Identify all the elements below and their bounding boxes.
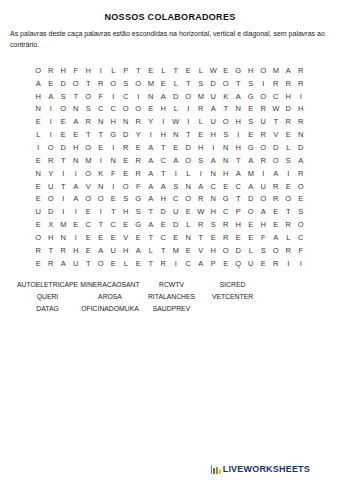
grid-cell-r3c13[interactable]: O	[182, 90, 195, 103]
grid-cell-r8c1[interactable]: E	[32, 154, 45, 167]
grid-cell-r7c12[interactable]: E	[170, 141, 183, 154]
grid-cell-r10c15[interactable]: C	[207, 180, 220, 193]
grid-cell-r15c20[interactable]: O	[270, 244, 283, 257]
grid-cell-r16c9[interactable]: E	[132, 257, 145, 270]
grid-cell-r15c18[interactable]: L	[245, 244, 258, 257]
grid-cell-r11c20[interactable]: R	[270, 192, 283, 205]
grid-cell-r8c12[interactable]: A	[170, 154, 183, 167]
grid-cell-r8c13[interactable]: O	[182, 154, 195, 167]
grid-cell-r8c7[interactable]: N	[107, 154, 120, 167]
grid-cell-r1c12[interactable]: T	[170, 64, 183, 77]
grid-cell-r6c21[interactable]: E	[282, 128, 295, 141]
grid-cell-r12c3[interactable]: I	[57, 205, 70, 218]
grid-cell-r7c11[interactable]: T	[157, 141, 170, 154]
grid-cell-r2c16[interactable]: O	[220, 77, 233, 90]
grid-cell-r1c13[interactable]: E	[182, 64, 195, 77]
grid-cell-r12c20[interactable]: E	[270, 205, 283, 218]
grid-cell-r15c19[interactable]: S	[257, 244, 270, 257]
grid-cell-r15c8[interactable]: H	[120, 244, 133, 257]
grid-cell-r7c15[interactable]: I	[207, 141, 220, 154]
grid-cell-r4c15[interactable]: A	[207, 103, 220, 116]
grid-cell-r11c12[interactable]: C	[170, 192, 183, 205]
grid-cell-r12c15[interactable]: H	[207, 205, 220, 218]
grid-cell-r10c10[interactable]: A	[145, 180, 158, 193]
grid-cell-r1c8[interactable]: P	[120, 64, 133, 77]
grid-cell-r1c4[interactable]: F	[70, 64, 83, 77]
grid-cell-r13c5[interactable]: C	[82, 218, 95, 231]
grid-cell-r3c10[interactable]: N	[145, 90, 158, 103]
grid-cell-r16c12[interactable]: I	[170, 257, 183, 270]
grid-cell-r10c13[interactable]: N	[182, 180, 195, 193]
grid-cell-r2c9[interactable]: O	[132, 77, 145, 90]
grid-cell-r8c14[interactable]: S	[195, 154, 208, 167]
grid-cell-r5c21[interactable]: R	[282, 115, 295, 128]
grid-cell-r12c5[interactable]: E	[82, 205, 95, 218]
grid-cell-r15c9[interactable]: A	[132, 244, 145, 257]
grid-cell-r10c5[interactable]: V	[82, 180, 95, 193]
grid-cell-r6c16[interactable]: S	[220, 128, 233, 141]
grid-cell-r8c21[interactable]: S	[282, 154, 295, 167]
grid-cell-r16c7[interactable]: E	[107, 257, 120, 270]
grid-cell-r9c3[interactable]: I	[57, 167, 70, 180]
grid-cell-r16c6[interactable]: O	[95, 257, 108, 270]
grid-cell-r15c6[interactable]: A	[95, 244, 108, 257]
grid-cell-r11c17[interactable]: T	[232, 192, 245, 205]
grid-cell-r6c17[interactable]: I	[232, 128, 245, 141]
grid-cell-r12c8[interactable]: H	[120, 205, 133, 218]
grid-cell-r6c2[interactable]: I	[45, 128, 58, 141]
grid-cell-r6c3[interactable]: E	[57, 128, 70, 141]
grid-cell-r4c14[interactable]: R	[195, 103, 208, 116]
grid-cell-r2c10[interactable]: M	[145, 77, 158, 90]
grid-cell-r13c6[interactable]: T	[95, 218, 108, 231]
grid-cell-r14c1[interactable]: O	[32, 231, 45, 244]
grid-cell-r15c14[interactable]: V	[195, 244, 208, 257]
grid-cell-r7c22[interactable]: D	[295, 141, 308, 154]
grid-cell-r1c16[interactable]: E	[220, 64, 233, 77]
grid-cell-r2c12[interactable]: L	[170, 77, 183, 90]
grid-cell-r4c6[interactable]: C	[95, 103, 108, 116]
grid-cell-r5c14[interactable]: L	[195, 115, 208, 128]
grid-cell-r4c17[interactable]: N	[232, 103, 245, 116]
grid-cell-r3c20[interactable]: C	[270, 90, 283, 103]
grid-cell-r5c19[interactable]: U	[257, 115, 270, 128]
grid-cell-r13c10[interactable]: A	[145, 218, 158, 231]
grid-cell-r12c22[interactable]: S	[295, 205, 308, 218]
grid-cell-r4c5[interactable]: S	[82, 103, 95, 116]
grid-cell-r8c17[interactable]: T	[232, 154, 245, 167]
grid-cell-r9c19[interactable]: I	[257, 167, 270, 180]
grid-cell-r8c6[interactable]: I	[95, 154, 108, 167]
grid-cell-r1c2[interactable]: R	[45, 64, 58, 77]
grid-cell-r13c21[interactable]: R	[282, 218, 295, 231]
grid-cell-r9c20[interactable]: A	[270, 167, 283, 180]
grid-cell-r10c8[interactable]: O	[120, 180, 133, 193]
grid-cell-r12c19[interactable]: A	[257, 205, 270, 218]
grid-cell-r12c2[interactable]: D	[45, 205, 58, 218]
grid-cell-r13c3[interactable]: M	[57, 218, 70, 231]
grid-cell-r11c11[interactable]: H	[157, 192, 170, 205]
grid-cell-r11c7[interactable]: E	[107, 192, 120, 205]
grid-cell-r6c10[interactable]: I	[145, 128, 158, 141]
grid-cell-r13c1[interactable]: E	[32, 218, 45, 231]
grid-cell-r8c19[interactable]: R	[257, 154, 270, 167]
grid-cell-r14c2[interactable]: H	[45, 231, 58, 244]
grid-cell-r1c11[interactable]: L	[157, 64, 170, 77]
grid-cell-r15c15[interactable]: H	[207, 244, 220, 257]
grid-cell-r14c14[interactable]: T	[195, 231, 208, 244]
grid-cell-r1c10[interactable]: E	[145, 64, 158, 77]
grid-cell-r5c20[interactable]: T	[270, 115, 283, 128]
grid-cell-r2c13[interactable]: T	[182, 77, 195, 90]
grid-cell-r11c6[interactable]: O	[95, 192, 108, 205]
grid-cell-r15c22[interactable]: F	[295, 244, 308, 257]
grid-cell-r2c19[interactable]: I	[257, 77, 270, 90]
grid-cell-r4c2[interactable]: I	[45, 103, 58, 116]
grid-cell-r15c2[interactable]: T	[45, 244, 58, 257]
grid-cell-r4c10[interactable]: E	[145, 103, 158, 116]
grid-cell-r9c2[interactable]: Y	[45, 167, 58, 180]
grid-cell-r16c16[interactable]: E	[220, 257, 233, 270]
grid-cell-r14c10[interactable]: T	[145, 231, 158, 244]
grid-cell-r2c2[interactable]: E	[45, 77, 58, 90]
grid-cell-r4c11[interactable]: H	[157, 103, 170, 116]
grid-cell-r14c21[interactable]: L	[282, 231, 295, 244]
grid-cell-r10c14[interactable]: A	[195, 180, 208, 193]
grid-cell-r4c4[interactable]: N	[70, 103, 83, 116]
grid-cell-r11c16[interactable]: G	[220, 192, 233, 205]
grid-cell-r16c19[interactable]: E	[257, 257, 270, 270]
grid-cell-r2c15[interactable]: D	[207, 77, 220, 90]
grid-cell-r1c6[interactable]: I	[95, 64, 108, 77]
grid-cell-r9c15[interactable]: N	[207, 167, 220, 180]
grid-cell-r7c13[interactable]: D	[182, 141, 195, 154]
grid-cell-r4c22[interactable]: H	[295, 103, 308, 116]
grid-cell-r11c18[interactable]: D	[245, 192, 258, 205]
grid-cell-r16c21[interactable]: I	[282, 257, 295, 270]
grid-cell-r16c1[interactable]: E	[32, 257, 45, 270]
grid-cell-r5c12[interactable]: W	[170, 115, 183, 128]
grid-cell-r8c9[interactable]: R	[132, 154, 145, 167]
grid-cell-r5c10[interactable]: Y	[145, 115, 158, 128]
grid-cell-r5c13[interactable]: I	[182, 115, 195, 128]
grid-cell-r14c3[interactable]: N	[57, 231, 70, 244]
grid-cell-r5c9[interactable]: R	[132, 115, 145, 128]
grid-cell-r6c15[interactable]: H	[207, 128, 220, 141]
grid-cell-r1c17[interactable]: G	[232, 64, 245, 77]
grid-cell-r1c21[interactable]: A	[282, 64, 295, 77]
grid-cell-r1c7[interactable]: L	[107, 64, 120, 77]
grid-cell-r12c13[interactable]: E	[182, 205, 195, 218]
grid-cell-r16c2[interactable]: R	[45, 257, 58, 270]
grid-cell-r13c15[interactable]: S	[207, 218, 220, 231]
grid-cell-r9c4[interactable]: I	[70, 167, 83, 180]
grid-cell-r4c18[interactable]: E	[245, 103, 258, 116]
grid-cell-r5c8[interactable]: N	[120, 115, 133, 128]
grid-cell-r11c13[interactable]: O	[182, 192, 195, 205]
grid-cell-r10c18[interactable]: A	[245, 180, 258, 193]
grid-cell-r4c3[interactable]: O	[57, 103, 70, 116]
grid-cell-r6c4[interactable]: E	[70, 128, 83, 141]
grid-cell-r1c1[interactable]: O	[32, 64, 45, 77]
grid-cell-r2c22[interactable]: R	[295, 77, 308, 90]
grid-cell-r14c8[interactable]: V	[120, 231, 133, 244]
grid-cell-r15c1[interactable]: R	[32, 244, 45, 257]
grid-cell-r8c5[interactable]: M	[82, 154, 95, 167]
grid-cell-r3c5[interactable]: O	[82, 90, 95, 103]
grid-cell-r12c14[interactable]: W	[195, 205, 208, 218]
grid-cell-r10c22[interactable]: O	[295, 180, 308, 193]
grid-cell-r11c5[interactable]: O	[82, 192, 95, 205]
grid-cell-r7c5[interactable]: O	[82, 141, 95, 154]
grid-cell-r12c18[interactable]: O	[245, 205, 258, 218]
grid-cell-r12c21[interactable]: T	[282, 205, 295, 218]
grid-cell-r3c1[interactable]: H	[32, 90, 45, 103]
grid-cell-r5c5[interactable]: R	[82, 115, 95, 128]
grid-cell-r15c10[interactable]: L	[145, 244, 158, 257]
grid-cell-r10c6[interactable]: N	[95, 180, 108, 193]
grid-cell-r9c22[interactable]: R	[295, 167, 308, 180]
liveworksheets-logo[interactable]: LIVEWORKSHEETS	[211, 465, 310, 474]
grid-cell-r11c2[interactable]: O	[45, 192, 58, 205]
grid-cell-r15c3[interactable]: R	[57, 244, 70, 257]
grid-cell-r16c14[interactable]: A	[195, 257, 208, 270]
grid-cell-r16c4[interactable]: U	[70, 257, 83, 270]
grid-cell-r3c21[interactable]: H	[282, 90, 295, 103]
grid-cell-r13c16[interactable]: R	[220, 218, 233, 231]
grid-cell-r5c15[interactable]: U	[207, 115, 220, 128]
grid-cell-r13c4[interactable]: E	[70, 218, 83, 231]
grid-cell-r9c12[interactable]: I	[170, 167, 183, 180]
grid-cell-r1c15[interactable]: W	[207, 64, 220, 77]
grid-cell-r16c17[interactable]: Q	[232, 257, 245, 270]
grid-cell-r11c9[interactable]: G	[132, 192, 145, 205]
grid-cell-r1c3[interactable]: H	[57, 64, 70, 77]
grid-cell-r7c1[interactable]: I	[32, 141, 45, 154]
grid-cell-r7c6[interactable]: E	[95, 141, 108, 154]
grid-cell-r13c19[interactable]: H	[257, 218, 270, 231]
grid-cell-r8c15[interactable]: A	[207, 154, 220, 167]
grid-cell-r7c9[interactable]: E	[132, 141, 145, 154]
grid-cell-r7c3[interactable]: D	[57, 141, 70, 154]
grid-cell-r5c11[interactable]: I	[157, 115, 170, 128]
grid-cell-r4c20[interactable]: W	[270, 103, 283, 116]
grid-cell-r2c1[interactable]: A	[32, 77, 45, 90]
grid-cell-r15c13[interactable]: E	[182, 244, 195, 257]
grid-cell-r9c5[interactable]: O	[82, 167, 95, 180]
grid-cell-r8c22[interactable]: A	[295, 154, 308, 167]
grid-cell-r4c1[interactable]: N	[32, 103, 45, 116]
grid-cell-r11c4[interactable]: A	[70, 192, 83, 205]
grid-cell-r2c11[interactable]: E	[157, 77, 170, 90]
grid-cell-r1c22[interactable]: R	[295, 64, 308, 77]
grid-cell-r16c11[interactable]: R	[157, 257, 170, 270]
grid-cell-r14c19[interactable]: F	[257, 231, 270, 244]
grid-cell-r15c11[interactable]: T	[157, 244, 170, 257]
grid-cell-r3c18[interactable]: G	[245, 90, 258, 103]
grid-cell-r8c10[interactable]: A	[145, 154, 158, 167]
grid-cell-r3c22[interactable]: I	[295, 90, 308, 103]
grid-cell-r13c20[interactable]: E	[270, 218, 283, 231]
grid-cell-r6c14[interactable]: E	[195, 128, 208, 141]
grid-cell-r3c7[interactable]: I	[107, 90, 120, 103]
grid-cell-r13c11[interactable]: E	[157, 218, 170, 231]
grid-cell-r16c20[interactable]: R	[270, 257, 283, 270]
grid-cell-r12c17[interactable]: P	[232, 205, 245, 218]
grid-cell-r15c17[interactable]: D	[232, 244, 245, 257]
grid-cell-r10c1[interactable]: E	[32, 180, 45, 193]
grid-cell-r10c9[interactable]: F	[132, 180, 145, 193]
grid-cell-r11c22[interactable]: E	[295, 192, 308, 205]
grid-cell-r2c17[interactable]: T	[232, 77, 245, 90]
grid-cell-r1c18[interactable]: H	[245, 64, 258, 77]
grid-cell-r12c9[interactable]: S	[132, 205, 145, 218]
grid-cell-r9c17[interactable]: A	[232, 167, 245, 180]
grid-cell-r14c16[interactable]: R	[220, 231, 233, 244]
grid-cell-r9c13[interactable]: L	[182, 167, 195, 180]
grid-cell-r13c18[interactable]: E	[245, 218, 258, 231]
grid-cell-r3c2[interactable]: A	[45, 90, 58, 103]
grid-cell-r7c10[interactable]: A	[145, 141, 158, 154]
grid-cell-r14c17[interactable]: E	[232, 231, 245, 244]
grid-cell-r6c5[interactable]: T	[82, 128, 95, 141]
grid-cell-r6c11[interactable]: H	[157, 128, 170, 141]
grid-cell-r6c7[interactable]: G	[107, 128, 120, 141]
grid-cell-r8c3[interactable]: T	[57, 154, 70, 167]
grid-cell-r15c16[interactable]: O	[220, 244, 233, 257]
grid-cell-r9c16[interactable]: H	[220, 167, 233, 180]
grid-cell-r12c4[interactable]: I	[70, 205, 83, 218]
grid-cell-r13c17[interactable]: H	[232, 218, 245, 231]
grid-cell-r10c3[interactable]: T	[57, 180, 70, 193]
grid-cell-r3c17[interactable]: A	[232, 90, 245, 103]
grid-cell-r8c8[interactable]: E	[120, 154, 133, 167]
grid-cell-r1c20[interactable]: M	[270, 64, 283, 77]
grid-cell-r7c16[interactable]: N	[220, 141, 233, 154]
grid-cell-r13c14[interactable]: R	[195, 218, 208, 231]
grid-cell-r12c7[interactable]: T	[107, 205, 120, 218]
grid-cell-r4c12[interactable]: L	[170, 103, 183, 116]
grid-cell-r2c20[interactable]: R	[270, 77, 283, 90]
grid-cell-r5c7[interactable]: H	[107, 115, 120, 128]
grid-cell-r5c4[interactable]: A	[70, 115, 83, 128]
grid-cell-r12c10[interactable]: T	[145, 205, 158, 218]
grid-cell-r4c9[interactable]: O	[132, 103, 145, 116]
grid-cell-r15c12[interactable]: M	[170, 244, 183, 257]
grid-cell-r6c19[interactable]: R	[257, 128, 270, 141]
grid-cell-r7c14[interactable]: H	[195, 141, 208, 154]
grid-cell-r13c9[interactable]: G	[132, 218, 145, 231]
grid-cell-r6c12[interactable]: N	[170, 128, 183, 141]
grid-cell-r13c7[interactable]: C	[107, 218, 120, 231]
grid-cell-r13c22[interactable]: O	[295, 218, 308, 231]
grid-cell-r12c11[interactable]: D	[157, 205, 170, 218]
grid-cell-r14c18[interactable]: E	[245, 231, 258, 244]
grid-cell-r15c21[interactable]: R	[282, 244, 295, 257]
grid-cell-r10c16[interactable]: E	[220, 180, 233, 193]
grid-cell-r6c9[interactable]: Y	[132, 128, 145, 141]
grid-cell-r15c7[interactable]: U	[107, 244, 120, 257]
grid-cell-r14c13[interactable]: N	[182, 231, 195, 244]
grid-cell-r6c20[interactable]: V	[270, 128, 283, 141]
grid-cell-r3c3[interactable]: S	[57, 90, 70, 103]
grid-cell-r13c8[interactable]: E	[120, 218, 133, 231]
grid-cell-r3c11[interactable]: A	[157, 90, 170, 103]
grid-cell-r4c19[interactable]: R	[257, 103, 270, 116]
grid-cell-r8c2[interactable]: R	[45, 154, 58, 167]
grid-cell-r9c1[interactable]: N	[32, 167, 45, 180]
grid-cell-r10c20[interactable]: R	[270, 180, 283, 193]
grid-cell-r10c4[interactable]: A	[70, 180, 83, 193]
grid-cell-r13c2[interactable]: X	[45, 218, 58, 231]
grid-cell-r9c10[interactable]: A	[145, 167, 158, 180]
grid-cell-r10c21[interactable]: E	[282, 180, 295, 193]
grid-cell-r7c21[interactable]: L	[282, 141, 295, 154]
grid-cell-r2c7[interactable]: O	[107, 77, 120, 90]
grid-cell-r14c7[interactable]: E	[107, 231, 120, 244]
grid-cell-r5c2[interactable]: I	[45, 115, 58, 128]
grid-cell-r3c14[interactable]: M	[195, 90, 208, 103]
grid-cell-r6c22[interactable]: N	[295, 128, 308, 141]
grid-cell-r2c18[interactable]: S	[245, 77, 258, 90]
grid-cell-r3c12[interactable]: D	[170, 90, 183, 103]
grid-cell-r9c6[interactable]: K	[95, 167, 108, 180]
grid-cell-r2c4[interactable]: O	[70, 77, 83, 90]
grid-cell-r6c1[interactable]: L	[32, 128, 45, 141]
grid-cell-r5c22[interactable]: R	[295, 115, 308, 128]
grid-cell-r9c9[interactable]: R	[132, 167, 145, 180]
grid-cell-r1c14[interactable]: L	[195, 64, 208, 77]
grid-cell-r3c9[interactable]: I	[132, 90, 145, 103]
grid-cell-r7c4[interactable]: H	[70, 141, 83, 154]
grid-cell-r5c17[interactable]: H	[232, 115, 245, 128]
grid-cell-r3c6[interactable]: F	[95, 90, 108, 103]
grid-cell-r13c12[interactable]: D	[170, 218, 183, 231]
grid-cell-r15c4[interactable]: H	[70, 244, 83, 257]
grid-cell-r5c3[interactable]: E	[57, 115, 70, 128]
grid-cell-r16c15[interactable]: P	[207, 257, 220, 270]
grid-cell-r6c13[interactable]: T	[182, 128, 195, 141]
grid-cell-r3c16[interactable]: K	[220, 90, 233, 103]
grid-cell-r5c16[interactable]: O	[220, 115, 233, 128]
grid-cell-r14c15[interactable]: E	[207, 231, 220, 244]
grid-cell-r14c22[interactable]: C	[295, 231, 308, 244]
grid-cell-r5c1[interactable]: E	[32, 115, 45, 128]
grid-cell-r12c16[interactable]: C	[220, 205, 233, 218]
grid-cell-r16c5[interactable]: T	[82, 257, 95, 270]
grid-cell-r5c18[interactable]: S	[245, 115, 258, 128]
grid-cell-r4c16[interactable]: T	[220, 103, 233, 116]
grid-cell-r11c19[interactable]: O	[257, 192, 270, 205]
grid-cell-r4c21[interactable]: D	[282, 103, 295, 116]
grid-cell-r2c3[interactable]: D	[57, 77, 70, 90]
grid-cell-r11c1[interactable]: E	[32, 192, 45, 205]
grid-cell-r9c21[interactable]: I	[282, 167, 295, 180]
grid-cell-r16c22[interactable]: I	[295, 257, 308, 270]
grid-cell-r5c6[interactable]: N	[95, 115, 108, 128]
grid-cell-r11c8[interactable]: S	[120, 192, 133, 205]
grid-cell-r4c8[interactable]: O	[120, 103, 133, 116]
grid-cell-r9c14[interactable]: I	[195, 167, 208, 180]
grid-cell-r2c6[interactable]: R	[95, 77, 108, 90]
grid-cell-r12c12[interactable]: U	[170, 205, 183, 218]
grid-cell-r9c8[interactable]: E	[120, 167, 133, 180]
grid-cell-r3c15[interactable]: U	[207, 90, 220, 103]
grid-cell-r2c5[interactable]: T	[82, 77, 95, 90]
grid-cell-r6c18[interactable]: E	[245, 128, 258, 141]
grid-cell-r1c19[interactable]: O	[257, 64, 270, 77]
grid-cell-r3c8[interactable]: C	[120, 90, 133, 103]
